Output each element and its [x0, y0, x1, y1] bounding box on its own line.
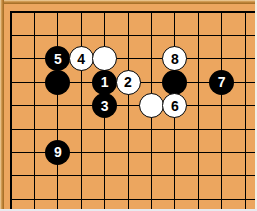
- diagram-crop-edge-bottom: [0, 209, 257, 211]
- grid-line-horizontal-5: [10, 105, 255, 106]
- grid-line-vertical-6: [128, 11, 129, 209]
- stone-black-move-1: 1: [92, 70, 117, 95]
- grid-line-horizontal-6: [10, 129, 255, 130]
- grid-line-horizontal-2: [10, 35, 255, 36]
- stone-black-move-5: 5: [45, 46, 70, 71]
- board-wood-edge-top: [0, 0, 257, 4]
- stone-black-plain: [45, 70, 70, 95]
- stone-white-move-8: 8: [162, 46, 187, 71]
- stone-white-plain: [92, 46, 117, 71]
- grid-line-vertical-11: [245, 11, 246, 209]
- board-wood-edge-left: [0, 0, 4, 211]
- move-number: 1: [101, 75, 109, 89]
- move-number: 8: [171, 52, 179, 66]
- move-number: 5: [54, 52, 62, 66]
- stone-white-plain: [139, 93, 164, 118]
- stone-black-move-9: 9: [45, 140, 70, 165]
- go-diagram: 548127369: [0, 0, 257, 211]
- move-number: 6: [171, 99, 179, 113]
- stone-white-move-4: 4: [69, 46, 94, 71]
- grid-line-horizontal-1: [10, 11, 255, 13]
- grid-line-vertical-1: [10, 11, 12, 209]
- move-number: 7: [218, 75, 226, 89]
- grid-line-vertical-3: [57, 11, 58, 209]
- grid-line-vertical-4: [81, 11, 82, 209]
- stone-black-move-7: 7: [209, 70, 234, 95]
- grid-line-vertical-2: [34, 11, 35, 209]
- move-number: 4: [77, 52, 85, 66]
- stone-black-move-3: 3: [92, 93, 117, 118]
- stone-white-move-2: 2: [116, 70, 141, 95]
- move-number: 9: [54, 145, 62, 159]
- move-number: 2: [124, 75, 132, 89]
- stone-black-plain: [162, 70, 187, 95]
- grid-line-vertical-10: [221, 11, 222, 209]
- grid-line-horizontal-9: [10, 199, 255, 200]
- move-number: 3: [101, 99, 109, 113]
- diagram-crop-edge-right: [255, 0, 257, 211]
- stone-white-move-6: 6: [162, 93, 187, 118]
- grid-line-horizontal-8: [10, 175, 255, 176]
- grid-line-vertical-9: [198, 11, 199, 209]
